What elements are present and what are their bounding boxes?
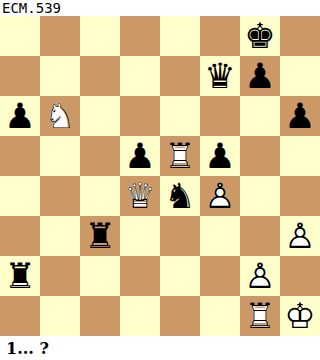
white-pawn: ♟ (240, 256, 280, 296)
black-pawn: ♟ (240, 56, 280, 96)
white-pawn-outline: ♙ (280, 216, 320, 256)
square-a8[interactable] (0, 16, 40, 56)
square-b6[interactable]: ♞♘ (40, 96, 80, 136)
white-pawn-outline: ♙ (200, 176, 240, 216)
square-e2[interactable] (160, 256, 200, 296)
square-c5[interactable] (80, 136, 120, 176)
white-pawn: ♟ (200, 176, 240, 216)
white-rook: ♜ (160, 136, 200, 176)
square-g2[interactable]: ♟♙ (240, 256, 280, 296)
square-c2[interactable] (80, 256, 120, 296)
square-g5[interactable] (240, 136, 280, 176)
square-a3[interactable] (0, 216, 40, 256)
square-c7[interactable] (80, 56, 120, 96)
square-g3[interactable] (240, 216, 280, 256)
move-prompt: 1... ? (0, 336, 320, 360)
white-pawn: ♟ (280, 216, 320, 256)
white-rook-outline: ♖ (160, 136, 200, 176)
white-rook-outline: ♖ (240, 296, 280, 336)
white-rook: ♜ (240, 296, 280, 336)
square-f2[interactable] (200, 256, 240, 296)
square-e3[interactable] (160, 216, 200, 256)
black-pawn: ♟ (280, 96, 320, 136)
square-f5[interactable]: ♟ (200, 136, 240, 176)
square-e7[interactable] (160, 56, 200, 96)
square-d4[interactable]: ♛♕ (120, 176, 160, 216)
square-f7[interactable]: ♛ (200, 56, 240, 96)
square-d8[interactable] (120, 16, 160, 56)
square-c6[interactable] (80, 96, 120, 136)
black-pawn: ♟ (120, 136, 160, 176)
square-b3[interactable] (40, 216, 80, 256)
square-f4[interactable]: ♟♙ (200, 176, 240, 216)
square-b5[interactable] (40, 136, 80, 176)
square-b1[interactable] (40, 296, 80, 336)
square-f6[interactable] (200, 96, 240, 136)
square-b4[interactable] (40, 176, 80, 216)
square-d1[interactable] (120, 296, 160, 336)
square-h2[interactable] (280, 256, 320, 296)
square-h1[interactable]: ♚♔ (280, 296, 320, 336)
square-a2[interactable]: ♜ (0, 256, 40, 296)
square-g8[interactable]: ♚ (240, 16, 280, 56)
square-d7[interactable] (120, 56, 160, 96)
square-e8[interactable] (160, 16, 200, 56)
square-e5[interactable]: ♜♖ (160, 136, 200, 176)
square-b2[interactable] (40, 256, 80, 296)
square-e1[interactable] (160, 296, 200, 336)
chess-board: ♚♛♟♟♞♘♟♟♜♖♟♛♕♞♟♙♜♟♙♜♟♙♜♖♚♔ (0, 16, 320, 336)
square-h7[interactable] (280, 56, 320, 96)
square-h6[interactable]: ♟ (280, 96, 320, 136)
square-g1[interactable]: ♜♖ (240, 296, 280, 336)
black-pawn: ♟ (0, 96, 40, 136)
black-king: ♚ (240, 16, 280, 56)
square-a6[interactable]: ♟ (0, 96, 40, 136)
black-knight: ♞ (160, 176, 200, 216)
square-h4[interactable] (280, 176, 320, 216)
diagram-title: ECM.539 (0, 0, 320, 16)
black-pawn: ♟ (200, 136, 240, 176)
square-d5[interactable]: ♟ (120, 136, 160, 176)
square-d3[interactable] (120, 216, 160, 256)
square-c8[interactable] (80, 16, 120, 56)
square-g4[interactable] (240, 176, 280, 216)
square-b8[interactable] (40, 16, 80, 56)
white-queen-outline: ♕ (120, 176, 160, 216)
square-b7[interactable] (40, 56, 80, 96)
square-h5[interactable] (280, 136, 320, 176)
square-e4[interactable]: ♞ (160, 176, 200, 216)
square-g6[interactable] (240, 96, 280, 136)
square-f8[interactable] (200, 16, 240, 56)
square-c3[interactable]: ♜ (80, 216, 120, 256)
white-knight-outline: ♘ (40, 96, 80, 136)
square-e6[interactable] (160, 96, 200, 136)
square-a4[interactable] (0, 176, 40, 216)
square-f1[interactable] (200, 296, 240, 336)
square-a5[interactable] (0, 136, 40, 176)
square-f3[interactable] (200, 216, 240, 256)
square-d6[interactable] (120, 96, 160, 136)
black-rook: ♜ (0, 256, 40, 296)
black-queen: ♛ (200, 56, 240, 96)
square-c1[interactable] (80, 296, 120, 336)
white-pawn-outline: ♙ (240, 256, 280, 296)
square-g7[interactable]: ♟ (240, 56, 280, 96)
white-knight: ♞ (40, 96, 80, 136)
square-c4[interactable] (80, 176, 120, 216)
white-queen: ♛ (120, 176, 160, 216)
square-d2[interactable] (120, 256, 160, 296)
black-rook: ♜ (80, 216, 120, 256)
square-a7[interactable] (0, 56, 40, 96)
square-h8[interactable] (280, 16, 320, 56)
square-a1[interactable] (0, 296, 40, 336)
white-king-outline: ♔ (280, 296, 320, 336)
square-h3[interactable]: ♟♙ (280, 216, 320, 256)
white-king: ♚ (280, 296, 320, 336)
